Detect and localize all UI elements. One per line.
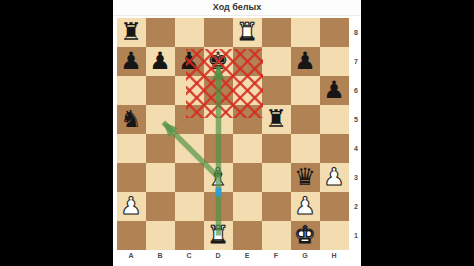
square-e1[interactable] <box>233 221 262 250</box>
square-f8[interactable] <box>262 18 291 47</box>
square-g4[interactable] <box>291 134 320 163</box>
rank-label-1: 1 <box>350 221 362 250</box>
chess-board: ♜♜♟♟♟♚♟♟♞♜♝♛♟♟♟♜♚ <box>117 18 349 250</box>
square-g1[interactable]: ♚ <box>291 221 320 250</box>
piece-black-king-d7: ♚ <box>207 49 229 73</box>
rank-label-5: 5 <box>350 105 362 134</box>
rank-label-4: 4 <box>350 134 362 163</box>
square-h1[interactable] <box>320 221 349 250</box>
square-b6[interactable] <box>146 76 175 105</box>
square-g5[interactable] <box>291 105 320 134</box>
square-f4[interactable] <box>262 134 291 163</box>
square-g8[interactable] <box>291 18 320 47</box>
square-c8[interactable] <box>175 18 204 47</box>
square-b3[interactable] <box>146 163 175 192</box>
rank-label-2: 2 <box>350 192 362 221</box>
square-b8[interactable] <box>146 18 175 47</box>
rank-label-7: 7 <box>350 47 362 76</box>
square-e4[interactable] <box>233 134 262 163</box>
square-d4[interactable] <box>204 134 233 163</box>
piece-white-rook-d1: ♜ <box>207 223 229 247</box>
square-c5[interactable] <box>175 105 204 134</box>
square-a1[interactable] <box>117 221 146 250</box>
square-f6[interactable] <box>262 76 291 105</box>
square-g3[interactable]: ♛ <box>291 163 320 192</box>
piece-white-pawn-g2: ♟ <box>294 194 316 218</box>
square-a7[interactable]: ♟ <box>117 47 146 76</box>
file-label-F: F <box>262 250 291 261</box>
rank-label-3: 3 <box>350 163 362 192</box>
square-f5[interactable]: ♜ <box>262 105 291 134</box>
file-label-B: B <box>146 250 175 261</box>
rank-label-6: 6 <box>350 76 362 105</box>
square-f1[interactable] <box>262 221 291 250</box>
square-c3[interactable] <box>175 163 204 192</box>
file-labels: ABCDEFGH <box>117 250 349 261</box>
square-d3[interactable]: ♝ <box>204 163 233 192</box>
square-d2[interactable] <box>204 192 233 221</box>
square-g7[interactable]: ♟ <box>291 47 320 76</box>
square-c6[interactable] <box>175 76 204 105</box>
piece-black-pawn-b7: ♟ <box>149 49 171 73</box>
square-a8[interactable]: ♜ <box>117 18 146 47</box>
file-label-D: D <box>204 250 233 261</box>
square-h5[interactable] <box>320 105 349 134</box>
square-h8[interactable] <box>320 18 349 47</box>
square-e6[interactable] <box>233 76 262 105</box>
file-label-E: E <box>233 250 262 261</box>
piece-black-pawn-c7: ♟ <box>178 49 200 73</box>
square-b7[interactable]: ♟ <box>146 47 175 76</box>
move-indicator: Ход белых <box>113 0 361 16</box>
square-f3[interactable] <box>262 163 291 192</box>
square-g6[interactable] <box>291 76 320 105</box>
square-e3[interactable] <box>233 163 262 192</box>
square-e2[interactable] <box>233 192 262 221</box>
video-frame: Ход белых ♜♜♟♟♟♚♟♟♞♜♝♛♟♟♟♜♚ 87654321 ABC… <box>0 0 474 266</box>
square-d1[interactable]: ♜ <box>204 221 233 250</box>
square-b1[interactable] <box>146 221 175 250</box>
piece-black-pawn-h6: ♟ <box>323 78 345 102</box>
square-e7[interactable] <box>233 47 262 76</box>
square-d7[interactable]: ♚ <box>204 47 233 76</box>
square-h2[interactable] <box>320 192 349 221</box>
file-label-A: A <box>117 250 146 261</box>
piece-white-pawn-h3: ♟ <box>323 165 345 189</box>
square-a4[interactable] <box>117 134 146 163</box>
square-b2[interactable] <box>146 192 175 221</box>
square-e5[interactable] <box>233 105 262 134</box>
square-f2[interactable] <box>262 192 291 221</box>
square-a6[interactable] <box>117 76 146 105</box>
piece-white-bishop-d3: ♝ <box>207 165 229 189</box>
rank-label-8: 8 <box>350 18 362 47</box>
chess-panel: Ход белых ♜♜♟♟♟♚♟♟♞♜♝♛♟♟♟♜♚ 87654321 ABC… <box>113 0 361 266</box>
square-h6[interactable]: ♟ <box>320 76 349 105</box>
piece-black-pawn-a7: ♟ <box>120 49 142 73</box>
file-label-G: G <box>291 250 320 261</box>
square-a5[interactable]: ♞ <box>117 105 146 134</box>
square-b4[interactable] <box>146 134 175 163</box>
square-a3[interactable] <box>117 163 146 192</box>
piece-white-rook-e8: ♜ <box>236 20 258 44</box>
piece-black-knight-a5: ♞ <box>120 107 142 131</box>
rank-labels: 87654321 <box>350 18 362 250</box>
square-c1[interactable] <box>175 221 204 250</box>
square-h3[interactable]: ♟ <box>320 163 349 192</box>
square-c7[interactable]: ♟ <box>175 47 204 76</box>
piece-white-pawn-a2: ♟ <box>120 194 142 218</box>
square-h4[interactable] <box>320 134 349 163</box>
square-e8[interactable]: ♜ <box>233 18 262 47</box>
square-h7[interactable] <box>320 47 349 76</box>
piece-white-king-g1: ♚ <box>294 223 316 247</box>
file-label-H: H <box>320 250 349 261</box>
square-b5[interactable] <box>146 105 175 134</box>
square-a2[interactable]: ♟ <box>117 192 146 221</box>
square-d8[interactable] <box>204 18 233 47</box>
square-g2[interactable]: ♟ <box>291 192 320 221</box>
square-c2[interactable] <box>175 192 204 221</box>
square-d6[interactable] <box>204 76 233 105</box>
piece-black-rook-f5: ♜ <box>265 107 287 131</box>
square-d5[interactable] <box>204 105 233 134</box>
piece-black-pawn-g7: ♟ <box>294 49 316 73</box>
file-label-C: C <box>175 250 204 261</box>
square-f7[interactable] <box>262 47 291 76</box>
square-c4[interactable] <box>175 134 204 163</box>
piece-black-queen-g3: ♛ <box>294 165 316 189</box>
piece-black-rook-a8: ♜ <box>120 20 142 44</box>
